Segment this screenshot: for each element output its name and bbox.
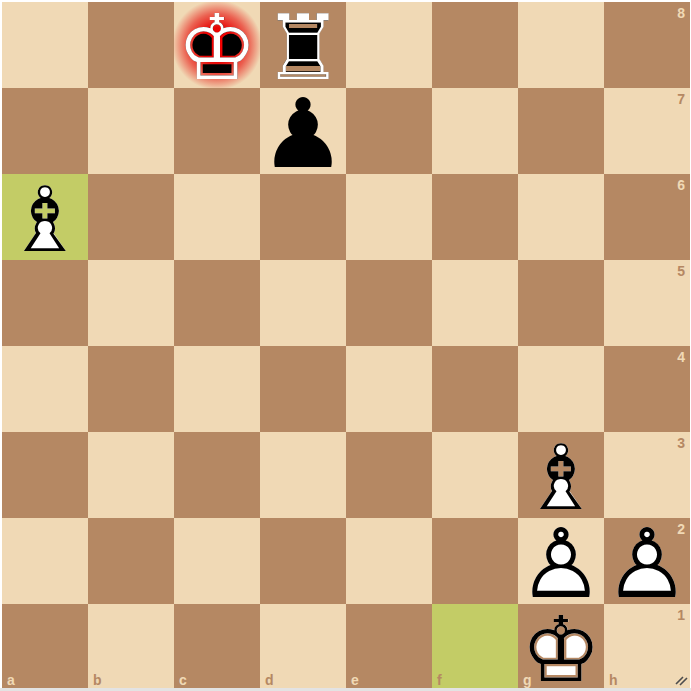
- coord-rank-3: 3: [677, 436, 685, 450]
- white-bishop-outline-glyph: ♗: [2, 177, 88, 263]
- square-e1[interactable]: e: [346, 604, 432, 690]
- square-f1[interactable]: f: [432, 604, 518, 690]
- square-d8[interactable]: ♜♖: [260, 2, 346, 88]
- square-g3[interactable]: ♝♗: [518, 432, 604, 518]
- piece-black-rook[interactable]: ♜♖: [260, 2, 346, 88]
- square-b4[interactable]: [88, 346, 174, 432]
- square-e4[interactable]: [346, 346, 432, 432]
- square-d2[interactable]: [260, 518, 346, 604]
- square-a7[interactable]: [2, 88, 88, 174]
- square-g4[interactable]: [518, 346, 604, 432]
- black-king-outline-glyph: ♔: [174, 5, 260, 91]
- square-h4[interactable]: 4: [604, 346, 690, 432]
- page-background: ♚♔♜♖8♟7♝♗654♝♗3♟♙2♟♙abcdefg♚♔h1: [0, 0, 691, 691]
- square-h6[interactable]: 6: [604, 174, 690, 260]
- square-e2[interactable]: [346, 518, 432, 604]
- square-g8[interactable]: [518, 2, 604, 88]
- square-a5[interactable]: [2, 260, 88, 346]
- resize-handle-icon[interactable]: [674, 672, 688, 686]
- white-pawn-outline-glyph: ♙: [518, 521, 604, 607]
- square-c2[interactable]: [174, 518, 260, 604]
- square-h3[interactable]: 3: [604, 432, 690, 518]
- piece-white-pawn[interactable]: ♟♙: [604, 518, 690, 604]
- square-g2[interactable]: ♟♙: [518, 518, 604, 604]
- square-f3[interactable]: [432, 432, 518, 518]
- square-g1[interactable]: g♚♔: [518, 604, 604, 690]
- square-f5[interactable]: [432, 260, 518, 346]
- square-b3[interactable]: [88, 432, 174, 518]
- square-b1[interactable]: b: [88, 604, 174, 690]
- square-a1[interactable]: a: [2, 604, 88, 690]
- square-f4[interactable]: [432, 346, 518, 432]
- square-c7[interactable]: [174, 88, 260, 174]
- square-a8[interactable]: [2, 2, 88, 88]
- square-c3[interactable]: [174, 432, 260, 518]
- coord-file-h: h: [609, 673, 618, 687]
- chess-board: ♚♔♜♖8♟7♝♗654♝♗3♟♙2♟♙abcdefg♚♔h1: [2, 2, 690, 690]
- coord-file-e: e: [351, 673, 359, 687]
- square-b2[interactable]: [88, 518, 174, 604]
- coord-rank-8: 8: [677, 6, 685, 20]
- square-a4[interactable]: [2, 346, 88, 432]
- square-b8[interactable]: [88, 2, 174, 88]
- square-c8[interactable]: ♚♔: [174, 2, 260, 88]
- coord-file-a: a: [7, 673, 15, 687]
- square-c5[interactable]: [174, 260, 260, 346]
- piece-black-pawn[interactable]: ♟: [260, 88, 346, 174]
- square-d6[interactable]: [260, 174, 346, 260]
- coord-rank-4: 4: [677, 350, 685, 364]
- coord-rank-6: 6: [677, 178, 685, 192]
- black-pawn-glyph: ♟: [260, 91, 346, 177]
- square-b6[interactable]: [88, 174, 174, 260]
- square-g5[interactable]: [518, 260, 604, 346]
- piece-white-bishop[interactable]: ♝♗: [2, 174, 88, 260]
- square-a2[interactable]: [2, 518, 88, 604]
- piece-white-pawn[interactable]: ♟♙: [518, 518, 604, 604]
- coord-rank-7: 7: [677, 92, 685, 106]
- piece-black-king[interactable]: ♚♔: [174, 2, 260, 88]
- square-g7[interactable]: [518, 88, 604, 174]
- square-d5[interactable]: [260, 260, 346, 346]
- square-f6[interactable]: [432, 174, 518, 260]
- piece-white-king[interactable]: ♚♔: [518, 604, 604, 690]
- square-c6[interactable]: [174, 174, 260, 260]
- square-e7[interactable]: [346, 88, 432, 174]
- square-f8[interactable]: [432, 2, 518, 88]
- coord-file-c: c: [179, 673, 187, 687]
- square-f2[interactable]: [432, 518, 518, 604]
- square-e5[interactable]: [346, 260, 432, 346]
- piece-white-bishop[interactable]: ♝♗: [518, 432, 604, 518]
- white-king-outline-glyph: ♔: [518, 607, 604, 691]
- square-a3[interactable]: [2, 432, 88, 518]
- square-g6[interactable]: [518, 174, 604, 260]
- square-c1[interactable]: c: [174, 604, 260, 690]
- square-d4[interactable]: [260, 346, 346, 432]
- coord-rank-1: 1: [677, 608, 685, 622]
- square-d3[interactable]: [260, 432, 346, 518]
- coord-file-f: f: [437, 673, 442, 687]
- square-d1[interactable]: d: [260, 604, 346, 690]
- square-b7[interactable]: [88, 88, 174, 174]
- coord-file-b: b: [93, 673, 102, 687]
- square-h7[interactable]: 7: [604, 88, 690, 174]
- white-pawn-outline-glyph: ♙: [604, 521, 690, 607]
- coord-file-d: d: [265, 673, 274, 687]
- square-e8[interactable]: [346, 2, 432, 88]
- square-h5[interactable]: 5: [604, 260, 690, 346]
- square-h8[interactable]: 8: [604, 2, 690, 88]
- square-b5[interactable]: [88, 260, 174, 346]
- square-e6[interactable]: [346, 174, 432, 260]
- square-d7[interactable]: ♟: [260, 88, 346, 174]
- square-a6[interactable]: ♝♗: [2, 174, 88, 260]
- square-h1[interactable]: h1: [604, 604, 690, 690]
- square-f7[interactable]: [432, 88, 518, 174]
- square-h2[interactable]: 2♟♙: [604, 518, 690, 604]
- square-e3[interactable]: [346, 432, 432, 518]
- coord-rank-5: 5: [677, 264, 685, 278]
- square-c4[interactable]: [174, 346, 260, 432]
